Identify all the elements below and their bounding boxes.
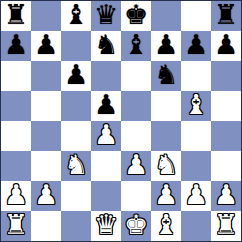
square-a1[interactable]: ♜ [1, 211, 31, 241]
piece-white-queen: ♛ [94, 211, 118, 240]
piece-black-bishop: ♝ [124, 31, 148, 60]
piece-white-pawn: ♟ [34, 181, 58, 210]
square-h7[interactable]: ♟ [211, 31, 241, 61]
square-a6[interactable] [1, 61, 31, 91]
square-d5[interactable]: ♟ [91, 91, 121, 121]
square-h3[interactable] [211, 151, 241, 181]
piece-black-pawn: ♟ [154, 31, 178, 60]
piece-white-rook: ♜ [214, 211, 238, 240]
square-a8[interactable]: ♜ [1, 1, 31, 31]
piece-white-knight: ♞ [64, 151, 88, 180]
piece-white-king: ♚ [124, 211, 148, 240]
square-a3[interactable] [1, 151, 31, 181]
square-c3[interactable]: ♞ [61, 151, 91, 181]
square-h6[interactable] [211, 61, 241, 91]
square-c8[interactable]: ♝ [61, 1, 91, 31]
square-b4[interactable] [31, 121, 61, 151]
square-c7[interactable] [61, 31, 91, 61]
square-b6[interactable] [31, 61, 61, 91]
square-h2[interactable]: ♟ [211, 181, 241, 211]
square-f3[interactable]: ♞ [151, 151, 181, 181]
piece-black-rook: ♜ [4, 1, 28, 30]
piece-black-king: ♚ [124, 1, 148, 30]
piece-white-pawn: ♟ [214, 181, 238, 210]
piece-black-knight: ♞ [94, 31, 118, 60]
piece-black-pawn: ♟ [4, 31, 28, 60]
square-f8[interactable] [151, 1, 181, 31]
square-c4[interactable] [61, 121, 91, 151]
piece-black-pawn: ♟ [64, 61, 88, 90]
piece-white-pawn: ♟ [124, 151, 148, 180]
square-g8[interactable] [181, 1, 211, 31]
square-b7[interactable]: ♟ [31, 31, 61, 61]
square-g7[interactable]: ♟ [181, 31, 211, 61]
square-d2[interactable] [91, 181, 121, 211]
piece-black-queen: ♛ [94, 1, 118, 30]
square-g1[interactable] [181, 211, 211, 241]
square-e7[interactable]: ♝ [121, 31, 151, 61]
square-c2[interactable] [61, 181, 91, 211]
chess-board: ♜♝♛♚♜♟♟♞♝♟♟♟♟♞♟♝♟♞♟♞♟♟♟♟♟♜♛♚♝♜ [0, 0, 242, 242]
square-g5[interactable]: ♝ [181, 91, 211, 121]
square-d1[interactable]: ♛ [91, 211, 121, 241]
piece-black-rook: ♜ [214, 1, 238, 30]
square-f1[interactable]: ♝ [151, 211, 181, 241]
piece-black-pawn: ♟ [214, 31, 238, 60]
square-c1[interactable] [61, 211, 91, 241]
square-b8[interactable] [31, 1, 61, 31]
square-b1[interactable] [31, 211, 61, 241]
square-f2[interactable]: ♟ [151, 181, 181, 211]
piece-white-knight: ♞ [154, 151, 178, 180]
square-e5[interactable] [121, 91, 151, 121]
piece-white-pawn: ♟ [4, 181, 28, 210]
square-g6[interactable] [181, 61, 211, 91]
square-d6[interactable] [91, 61, 121, 91]
piece-black-pawn: ♟ [34, 31, 58, 60]
piece-black-pawn: ♟ [184, 31, 208, 60]
square-d7[interactable]: ♞ [91, 31, 121, 61]
square-g3[interactable] [181, 151, 211, 181]
square-d3[interactable] [91, 151, 121, 181]
square-c6[interactable]: ♟ [61, 61, 91, 91]
square-a7[interactable]: ♟ [1, 31, 31, 61]
piece-white-pawn: ♟ [94, 121, 118, 150]
square-b5[interactable] [31, 91, 61, 121]
square-h1[interactable]: ♜ [211, 211, 241, 241]
piece-white-pawn: ♟ [184, 181, 208, 210]
square-f7[interactable]: ♟ [151, 31, 181, 61]
square-f6[interactable]: ♞ [151, 61, 181, 91]
square-c5[interactable] [61, 91, 91, 121]
square-f4[interactable] [151, 121, 181, 151]
square-h5[interactable] [211, 91, 241, 121]
piece-white-bishop: ♝ [154, 211, 178, 240]
square-d8[interactable]: ♛ [91, 1, 121, 31]
square-b2[interactable]: ♟ [31, 181, 61, 211]
square-e1[interactable]: ♚ [121, 211, 151, 241]
square-a5[interactable] [1, 91, 31, 121]
square-d4[interactable]: ♟ [91, 121, 121, 151]
square-a4[interactable] [1, 121, 31, 151]
piece-black-bishop: ♝ [64, 1, 88, 30]
square-e4[interactable] [121, 121, 151, 151]
piece-white-pawn: ♟ [154, 181, 178, 210]
piece-black-pawn: ♟ [94, 91, 118, 120]
square-b3[interactable] [31, 151, 61, 181]
square-g2[interactable]: ♟ [181, 181, 211, 211]
square-e3[interactable]: ♟ [121, 151, 151, 181]
piece-white-bishop: ♝ [184, 91, 208, 120]
square-g4[interactable] [181, 121, 211, 151]
square-a2[interactable]: ♟ [1, 181, 31, 211]
square-h4[interactable] [211, 121, 241, 151]
piece-black-knight: ♞ [154, 61, 178, 90]
square-e2[interactable] [121, 181, 151, 211]
piece-white-rook: ♜ [4, 211, 28, 240]
square-f5[interactable] [151, 91, 181, 121]
square-e6[interactable] [121, 61, 151, 91]
square-e8[interactable]: ♚ [121, 1, 151, 31]
square-h8[interactable]: ♜ [211, 1, 241, 31]
